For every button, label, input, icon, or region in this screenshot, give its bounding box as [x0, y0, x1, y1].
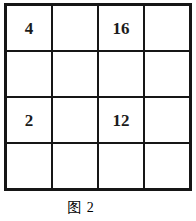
grid-cell-r3c4 [145, 98, 189, 142]
grid-cell-r1c1: 4 [7, 6, 51, 50]
grid-cell-r1c2 [53, 6, 97, 50]
grid-cell-r4c4 [145, 144, 189, 188]
grid-cell-r4c2 [53, 144, 97, 188]
grid-cell-r2c4 [145, 52, 189, 96]
figure-caption: 图 2 [0, 199, 162, 217]
grid-cell-r3c3: 12 [99, 98, 143, 142]
grid-cell-r4c1 [7, 144, 51, 188]
figure: 416212 [4, 3, 192, 191]
grid-cell-r4c3 [99, 144, 143, 188]
grid-cell-r1c3: 16 [99, 6, 143, 50]
grid-cell-r2c1 [7, 52, 51, 96]
grid-cell-r2c2 [53, 52, 97, 96]
grid-cell-r1c4 [145, 6, 189, 50]
grid-cell-r2c3 [99, 52, 143, 96]
grid-cell-r3c1: 2 [7, 98, 51, 142]
grid-cell-r3c2 [53, 98, 97, 142]
puzzle-grid: 416212 [4, 3, 192, 191]
